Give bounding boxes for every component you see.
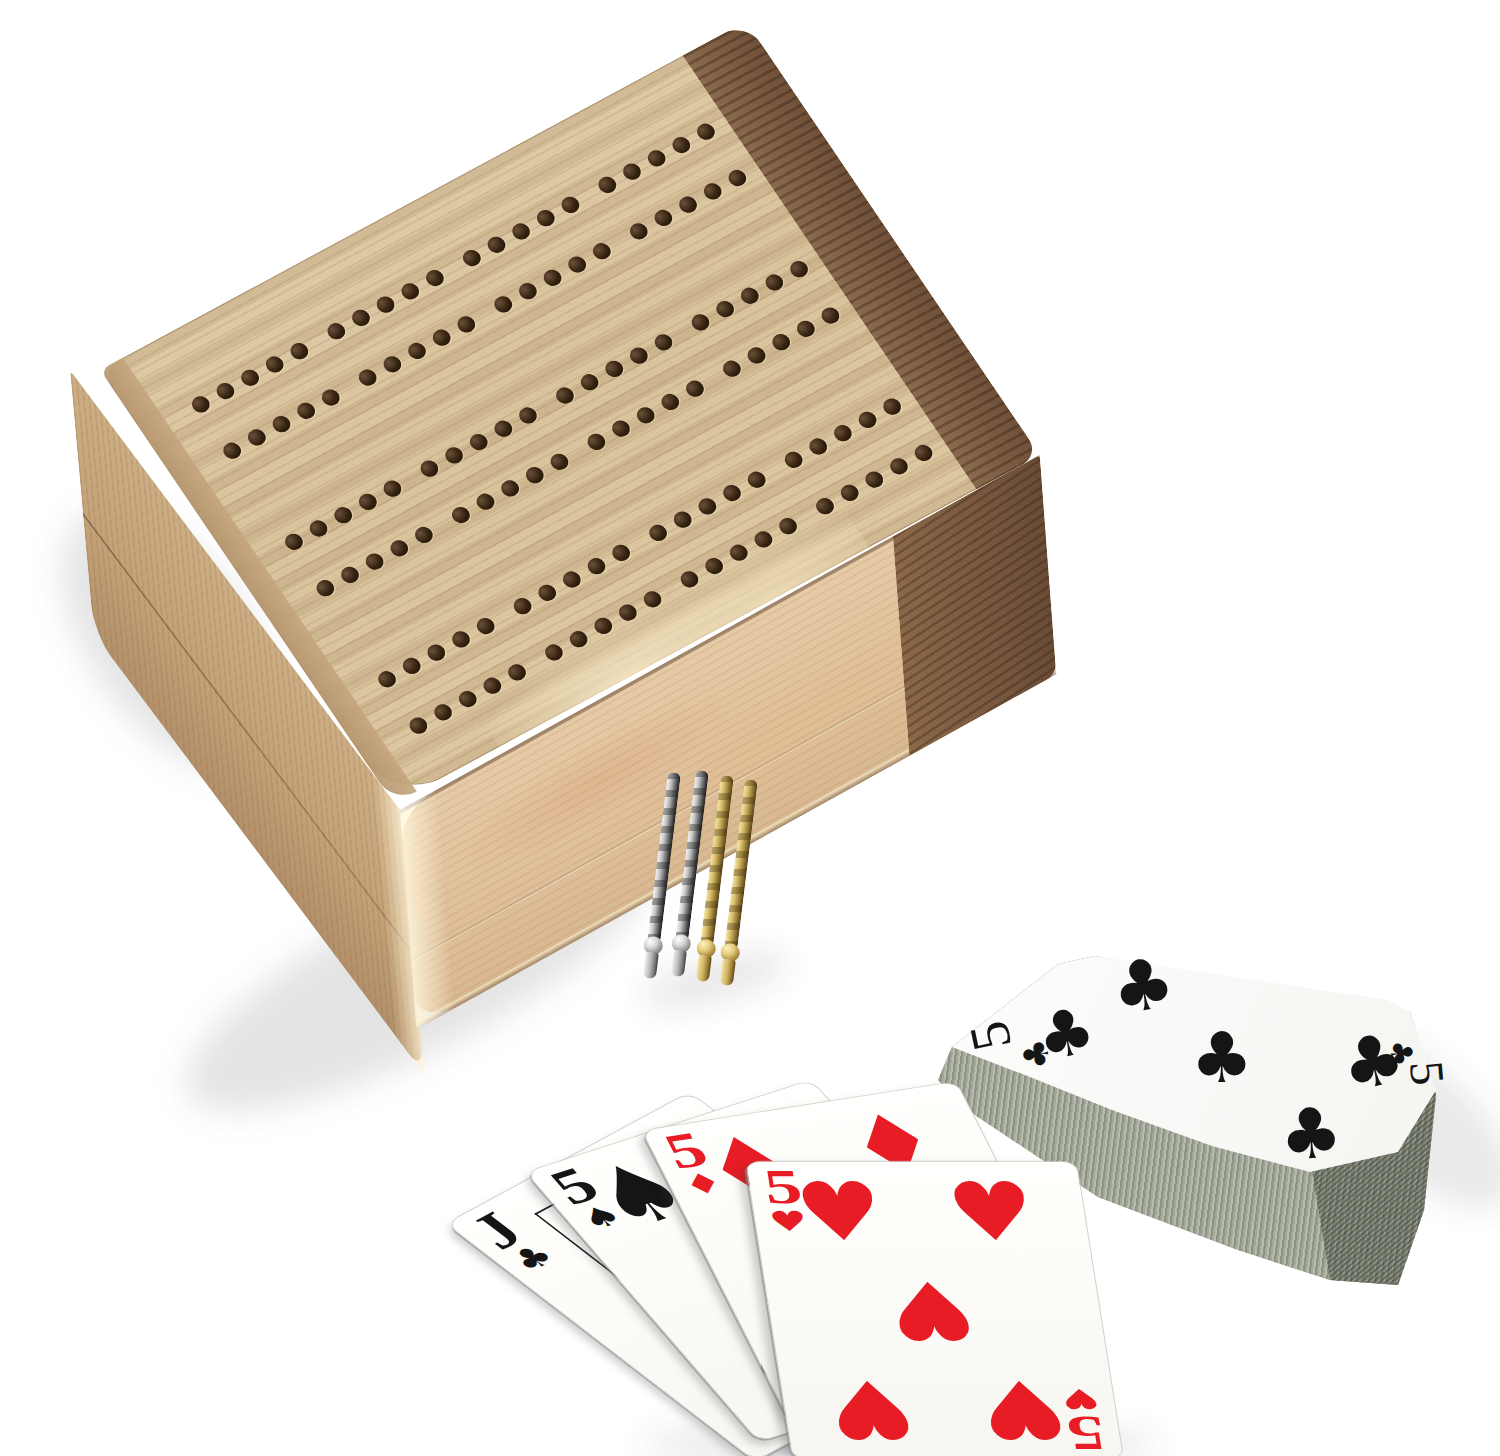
peg-hole <box>540 267 564 289</box>
peg-hole <box>584 431 608 453</box>
peg-hole <box>683 378 707 400</box>
peg-hole <box>510 595 534 617</box>
peg-hole <box>911 442 935 464</box>
peg-hole <box>398 280 422 302</box>
peg-tip <box>643 952 659 979</box>
peg-hole <box>189 393 213 415</box>
peg-hole <box>547 451 571 473</box>
club-pip-icon: ♣ <box>1031 997 1100 1072</box>
peg-hole <box>720 482 744 504</box>
peg-hole <box>449 628 473 650</box>
ground-shadow <box>1275 989 1500 1240</box>
peg-hole <box>442 444 466 466</box>
peg-hole <box>387 537 411 559</box>
peg-hole <box>700 180 724 202</box>
heart-pip-icon: ♥ <box>792 1180 888 1243</box>
scene-cribbage-set: ♣♣♣♣♣5♣♣5 J♣J♣5♠5♠♠♠♠♠♠5♦5♦♦♦♦♦♦5♥5♥♥♥♥♥… <box>0 0 1500 1456</box>
peg-hole <box>399 655 423 677</box>
peg-hole <box>460 247 484 269</box>
peg-hole <box>269 413 293 435</box>
peg-hole <box>577 371 601 393</box>
peg-hole <box>806 435 830 457</box>
peg-hole <box>287 340 311 362</box>
peg-hole <box>609 418 633 440</box>
peg-hole <box>319 386 343 408</box>
peg-hole <box>644 147 668 169</box>
peg-hole <box>313 577 337 599</box>
peg-hole <box>818 304 842 326</box>
peg-hole <box>720 358 744 380</box>
peg-hole <box>294 400 318 422</box>
peg-hole <box>676 194 700 216</box>
peg-hole <box>713 298 737 320</box>
peg-hole <box>535 582 559 604</box>
peg-hole <box>595 174 619 196</box>
peg-hole <box>431 701 455 723</box>
peg-hole <box>516 404 540 426</box>
heart-pip-icon: ♥ <box>823 1376 919 1439</box>
peg-hole <box>484 234 508 256</box>
peg-hole <box>590 240 614 262</box>
peg-hole <box>553 384 577 406</box>
peg-hole <box>262 353 286 375</box>
peg-hole <box>220 440 244 462</box>
club-icon: ♣ <box>506 1241 560 1276</box>
peg-hole <box>658 391 682 413</box>
heart-pip-icon: ♥ <box>975 1376 1071 1439</box>
peg-hole <box>620 161 644 183</box>
peg-hole <box>609 542 633 564</box>
peg-hole <box>646 522 670 544</box>
peg-hole <box>837 482 861 504</box>
peg-hole <box>694 121 718 143</box>
peg-hole <box>473 491 497 513</box>
heart-pip-icon: ♥ <box>883 1278 979 1341</box>
peg-hole <box>769 331 793 353</box>
peg-hole <box>651 331 675 353</box>
peg-hole <box>417 458 441 480</box>
peg-hole <box>424 642 448 664</box>
peg-hole <box>887 455 911 477</box>
peg-hole <box>534 207 558 229</box>
peg-hole <box>762 271 786 293</box>
peg-hole <box>584 555 608 577</box>
club-pip-icon: ♣ <box>1106 946 1180 1026</box>
peg-hole <box>831 422 855 444</box>
peg-hole <box>509 220 533 242</box>
peg-hole <box>406 715 430 737</box>
peg-hole <box>794 318 818 340</box>
club-pip-icon: ♣ <box>1191 1023 1254 1093</box>
peg-hole <box>670 509 694 531</box>
peg-hole <box>466 431 490 453</box>
peg-hole <box>324 320 348 342</box>
peg-hole <box>331 504 355 526</box>
peg-hole <box>362 551 386 573</box>
heart-pip-icon: ♥ <box>944 1180 1040 1243</box>
peg-hole <box>558 194 582 216</box>
peg-hole <box>349 307 373 329</box>
peg-hole <box>498 477 522 499</box>
peg-hole <box>375 668 399 690</box>
peg-hole <box>880 396 904 418</box>
peg-hole <box>405 340 429 362</box>
peg-hole <box>516 280 540 302</box>
peg-hole <box>423 267 447 289</box>
peg-hole <box>491 293 515 315</box>
peg-hole <box>355 367 379 389</box>
peg-hole <box>454 313 478 335</box>
peg-hole <box>449 504 473 526</box>
ground-shadow <box>637 941 792 1018</box>
peg-hole <box>787 258 811 280</box>
peg-hole <box>213 380 237 402</box>
peg-hole <box>560 568 584 590</box>
peg-hole <box>338 564 362 586</box>
peg-hole <box>356 491 380 513</box>
peg-hole <box>855 409 879 431</box>
peg-hole <box>695 495 719 517</box>
peg-hole <box>627 345 651 367</box>
deck-index-rank: 5 <box>960 1016 1021 1055</box>
peg-hole <box>862 468 886 490</box>
peg-hole <box>781 449 805 471</box>
heart-icon: ♥ <box>1060 1386 1102 1411</box>
peg-hole <box>651 207 675 229</box>
peg-hole <box>380 478 404 500</box>
peg-hole <box>744 469 768 491</box>
peg-hole <box>627 220 651 242</box>
peg-hole <box>669 134 693 156</box>
peg-hole <box>306 517 330 539</box>
peg-hole <box>238 367 262 389</box>
peg-hole <box>429 327 453 349</box>
card-five-of-hearts[interactable]: 5♥5♥♥♥♥♥♥ <box>745 1161 1124 1456</box>
peg-hole <box>738 285 762 307</box>
peg-hole <box>245 426 269 448</box>
peg-hole <box>602 358 626 380</box>
peg-hole <box>523 464 547 486</box>
peg-hole <box>380 353 404 375</box>
peg-hole <box>282 531 306 553</box>
peg-hole <box>725 167 749 189</box>
peg-hole <box>633 404 657 426</box>
club-index-icon: ♣ <box>1017 1037 1054 1071</box>
peg-hole-grid <box>100 21 746 370</box>
peg-hole <box>373 294 397 316</box>
peg-hole <box>473 615 497 637</box>
peg-hole <box>565 253 589 275</box>
peg-hole <box>688 311 712 333</box>
peg-hole <box>744 344 768 366</box>
peg-hole <box>491 418 515 440</box>
peg-hole <box>412 524 436 546</box>
